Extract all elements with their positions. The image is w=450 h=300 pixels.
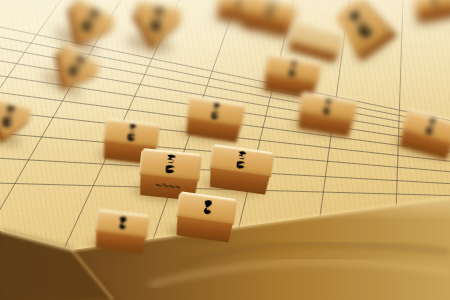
shogi-piece-p15 [206, 143, 274, 194]
pieces-layer [0, 0, 450, 300]
piece-kanji-ink [341, 3, 380, 45]
shogi-piece-p13 [183, 95, 245, 142]
piece-kanji-ink [144, 3, 171, 34]
piece-kanji-ink [0, 101, 22, 130]
piece-kanji-ink [74, 4, 106, 38]
shogi-piece-p17 [173, 191, 238, 243]
piece-kanji-ink [223, 147, 260, 172]
shogi-piece-p18 [92, 208, 149, 253]
shogi-piece-p6 [412, 0, 450, 23]
shogi-piece-p9 [261, 53, 322, 99]
piece-kanji-ink [115, 121, 147, 144]
shogi-piece-p12 [0, 97, 33, 147]
shogi-piece-p2 [129, 0, 183, 52]
piece-kanji-ink [276, 57, 308, 79]
piece-kanji-ink [61, 49, 92, 81]
shogi-piece-p10 [295, 91, 358, 137]
piece-kanji-ink [189, 195, 223, 220]
shogi-piece-p11 [396, 108, 450, 161]
shogi-piece-p4 [240, 0, 299, 39]
piece-kanji-ink [199, 99, 232, 122]
piece-kanji-ink [152, 151, 187, 177]
piece-kanji-ink [107, 212, 138, 234]
piece-kanji-ink [311, 95, 344, 118]
shogi-board-photo [0, 0, 450, 300]
